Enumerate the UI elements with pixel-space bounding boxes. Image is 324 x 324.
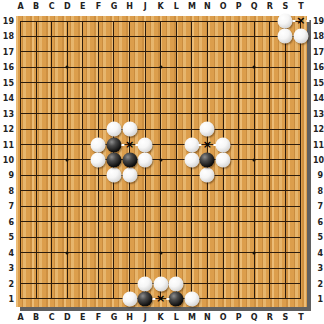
coord-letter-bottom-l: L (174, 313, 179, 322)
coord-number-left-16: 16 (0, 63, 14, 72)
coord-number-left-4: 4 (0, 248, 14, 257)
stone-white-f10[interactable] (91, 152, 106, 167)
coord-number-right-15: 15 (313, 78, 323, 87)
coord-letter-top-h: H (126, 2, 133, 11)
coord-number-left-3: 3 (0, 264, 14, 273)
go-diagram: ×××× AABBCCDDEEFFGGHHJJKKLLMMNNOOPPQQRRS… (0, 0, 324, 324)
grid-line-vertical (269, 21, 270, 300)
coord-letter-top-n: N (204, 2, 211, 11)
stone-black-h10[interactable] (122, 152, 137, 167)
stone-white-m10[interactable] (184, 152, 199, 167)
stone-white-t18[interactable] (293, 29, 308, 44)
coord-number-left-14: 14 (0, 94, 14, 103)
star-point (253, 251, 256, 254)
coord-letter-bottom-j: J (144, 313, 147, 322)
mark-dash (166, 298, 169, 300)
mark-dash (213, 144, 216, 146)
stone-white-k2[interactable] (153, 276, 168, 291)
stone-white-l2[interactable] (169, 276, 184, 291)
coord-number-left-13: 13 (0, 109, 14, 118)
coord-number-right-14: 14 (313, 94, 323, 103)
coord-letter-bottom-f: F (96, 313, 101, 322)
coord-letter-top-s: S (282, 2, 288, 11)
coord-letter-bottom-m: M (188, 313, 196, 322)
coord-letter-top-j: J (144, 2, 147, 11)
coord-number-right-9: 9 (313, 171, 323, 180)
coord-letter-bottom-g: G (111, 313, 118, 322)
x-mark-h11[interactable]: × (121, 141, 138, 149)
stone-black-g10[interactable] (106, 152, 121, 167)
stone-white-f11[interactable] (91, 137, 106, 152)
coord-number-right-2: 2 (313, 279, 323, 288)
star-point (66, 158, 69, 161)
mark-dash (135, 144, 138, 146)
coord-number-right-11: 11 (313, 140, 323, 149)
coord-number-right-4: 4 (313, 248, 323, 257)
coord-letter-top-e: E (80, 2, 85, 11)
coord-letter-bottom-a: A (17, 313, 23, 322)
mark-dash (307, 20, 310, 22)
star-point (66, 66, 69, 69)
star-point (159, 66, 162, 69)
grid-line-vertical (238, 21, 239, 300)
coord-letter-bottom-o: O (220, 313, 227, 322)
stone-white-s19[interactable] (278, 14, 293, 29)
coord-letter-bottom-r: R (267, 313, 273, 322)
coord-number-left-1: 1 (0, 294, 14, 303)
coord-letter-bottom-q: Q (251, 313, 258, 322)
coord-number-right-10: 10 (313, 155, 323, 164)
grid-line-horizontal (20, 175, 301, 176)
grid-line-horizontal (20, 190, 301, 191)
coord-number-right-5: 5 (313, 233, 323, 242)
stone-white-g12[interactable] (106, 122, 121, 137)
coord-letter-bottom-b: B (33, 313, 39, 322)
x-glyph: × (125, 141, 134, 149)
coord-letter-top-a: A (17, 2, 23, 11)
coord-number-left-9: 9 (0, 171, 14, 180)
stone-white-j2[interactable] (138, 276, 153, 291)
go-board[interactable]: ×××× (16, 16, 307, 307)
coord-number-right-8: 8 (313, 186, 323, 195)
x-glyph: × (156, 295, 165, 303)
coord-number-right-6: 6 (313, 217, 323, 226)
coord-number-right-3: 3 (313, 264, 323, 273)
x-glyph: × (203, 141, 212, 149)
x-mark-t19[interactable]: × (292, 17, 309, 25)
stone-white-n12[interactable] (200, 122, 215, 137)
coord-letter-top-r: R (267, 2, 273, 11)
coord-number-right-7: 7 (313, 202, 323, 211)
stone-white-m1[interactable] (184, 291, 199, 306)
coord-number-right-17: 17 (313, 47, 323, 56)
coord-letter-top-o: O (220, 2, 227, 11)
coord-number-left-11: 11 (0, 140, 14, 149)
stone-white-s18[interactable] (278, 29, 293, 44)
coord-letter-top-c: C (49, 2, 55, 11)
coord-letter-bottom-d: D (64, 313, 71, 322)
coord-letter-bottom-p: P (236, 313, 242, 322)
stone-white-h9[interactable] (122, 168, 137, 183)
mark-dash (199, 144, 202, 146)
mark-dash (152, 298, 155, 300)
coord-number-right-13: 13 (313, 109, 323, 118)
stone-white-j11[interactable] (138, 137, 153, 152)
stone-black-j1[interactable] (138, 291, 153, 306)
coord-letter-top-d: D (64, 2, 71, 11)
coord-number-right-19: 19 (313, 17, 323, 26)
grid-line-vertical (285, 21, 286, 300)
coord-number-left-19: 19 (0, 17, 14, 26)
stone-black-l1[interactable] (169, 291, 184, 306)
star-point (253, 66, 256, 69)
coord-number-left-2: 2 (0, 279, 14, 288)
coord-letter-bottom-s: S (282, 313, 288, 322)
grid-line-vertical (300, 21, 301, 300)
coord-number-left-18: 18 (0, 32, 14, 41)
x-mark-k1[interactable]: × (152, 295, 169, 303)
coord-number-left-6: 6 (0, 217, 14, 226)
coord-number-left-8: 8 (0, 186, 14, 195)
coord-number-right-16: 16 (313, 63, 323, 72)
star-point (66, 251, 69, 254)
coord-letter-bottom-e: E (80, 313, 85, 322)
stone-black-g11[interactable] (106, 137, 121, 152)
stone-white-j10[interactable] (138, 152, 153, 167)
stone-white-o11[interactable] (216, 137, 231, 152)
coord-letter-top-l: L (174, 2, 179, 11)
coord-number-left-17: 17 (0, 47, 14, 56)
grid-line-horizontal (20, 221, 301, 222)
coord-letter-top-q: Q (251, 2, 258, 11)
coord-number-left-10: 10 (0, 155, 14, 164)
coord-number-right-18: 18 (313, 32, 323, 41)
star-point (253, 158, 256, 161)
coord-number-right-1: 1 (313, 294, 323, 303)
x-mark-n11[interactable]: × (199, 141, 216, 149)
coord-number-left-7: 7 (0, 202, 14, 211)
x-glyph: × (296, 17, 305, 25)
coord-letter-top-p: P (236, 2, 242, 11)
coord-letter-top-b: B (33, 2, 39, 11)
stone-white-n9[interactable] (200, 168, 215, 183)
coord-letter-bottom-n: N (204, 313, 211, 322)
grid-line-horizontal (20, 206, 301, 207)
stone-white-m11[interactable] (184, 137, 199, 152)
grid-line-horizontal (20, 237, 301, 238)
coord-letter-top-t: T (298, 2, 303, 11)
stone-white-g9[interactable] (106, 168, 121, 183)
coord-letter-bottom-h: H (126, 313, 133, 322)
star-point (159, 251, 162, 254)
coord-number-left-5: 5 (0, 233, 14, 242)
stone-white-h1[interactable] (122, 291, 137, 306)
coord-letter-top-m: M (188, 2, 196, 11)
coord-letter-bottom-k: K (158, 313, 164, 322)
coord-number-right-12: 12 (313, 125, 323, 134)
coord-letter-bottom-c: C (49, 313, 55, 322)
grid-line-horizontal (20, 268, 301, 269)
stone-black-n10[interactable] (200, 152, 215, 167)
coord-letter-top-k: K (158, 2, 164, 11)
mark-dash (292, 20, 295, 22)
stone-white-h12[interactable] (122, 122, 137, 137)
coord-letter-top-g: G (111, 2, 118, 11)
coord-number-left-12: 12 (0, 125, 14, 134)
coord-letter-bottom-t: T (298, 313, 303, 322)
grid-line-vertical (176, 21, 177, 300)
stone-white-o10[interactable] (216, 152, 231, 167)
coord-number-left-15: 15 (0, 78, 14, 87)
star-point (159, 158, 162, 161)
mark-dash (121, 144, 124, 146)
coord-letter-top-f: F (96, 2, 101, 11)
